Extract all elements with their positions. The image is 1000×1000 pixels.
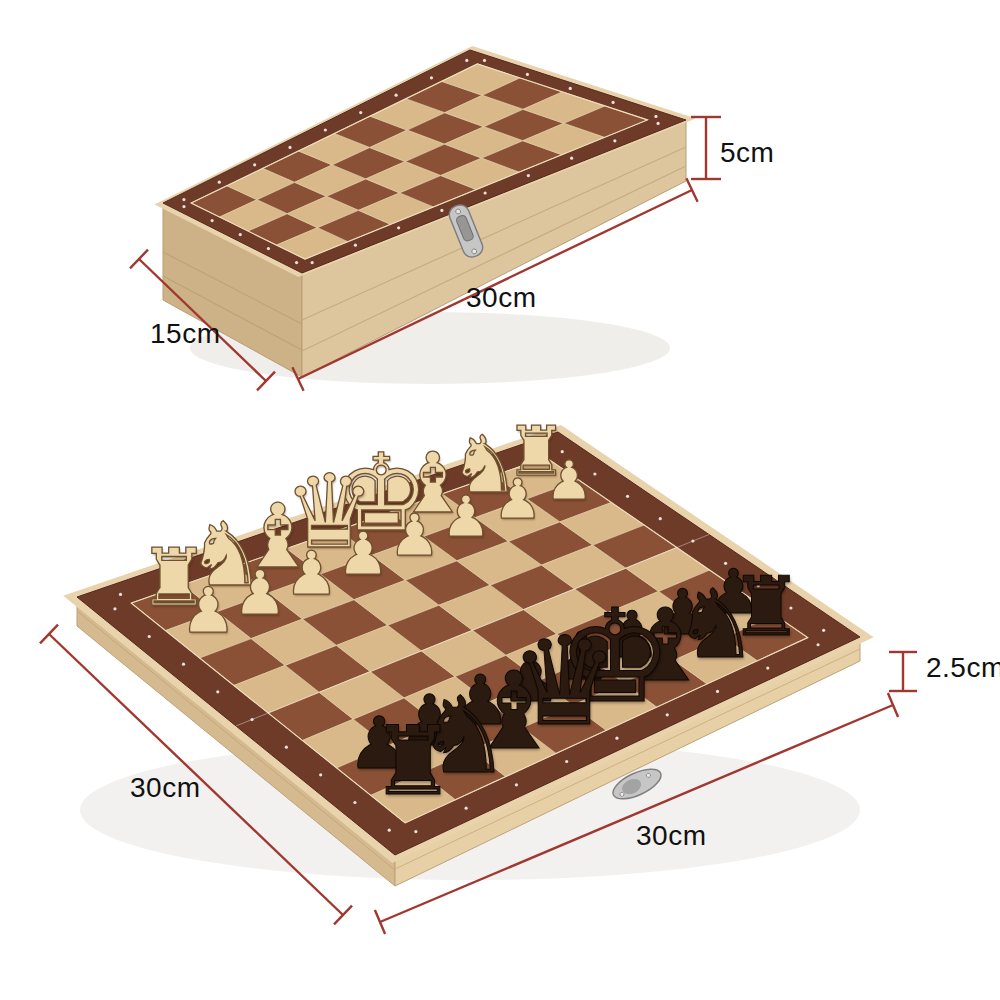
open-board-front-label: 30cm (636, 820, 706, 852)
closed-box-length-label: 30cm (466, 282, 536, 314)
product-photo: ♜♞♝♛♚♝♞♜♟♟♟♟♟♟♟♟♟♟♟♟♟♟♟♟♜♞♝♛♚♝♞♜ (0, 0, 1000, 1000)
closed-box-height-label: 5cm (720, 137, 774, 169)
closed-box-depth-label: 15cm (150, 318, 220, 350)
open-board-side-label: 30cm (130, 772, 200, 804)
open-board-height-label: 2.5cm (926, 652, 1000, 684)
scene-graphics (0, 0, 1000, 1000)
